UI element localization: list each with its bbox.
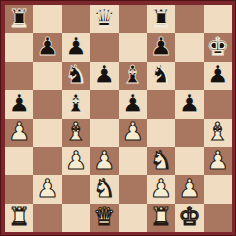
square-d4[interactable] [90,119,118,147]
square-h4[interactable]: ♝ [204,119,232,147]
square-d3[interactable]: ♟ [90,147,118,175]
square-h1[interactable] [204,204,232,232]
black-king-icon[interactable]: ♚ [207,34,229,59]
square-f6[interactable]: ♞ [147,62,175,90]
square-e3[interactable] [119,147,147,175]
black-pawn-icon[interactable]: ♟ [93,62,115,87]
black-rook-icon[interactable]: ♜ [150,6,172,31]
black-pawn-icon[interactable]: ♟ [8,91,30,116]
square-h6[interactable]: ♟ [204,62,232,90]
square-c4[interactable]: ♝ [62,119,90,147]
square-a7[interactable] [5,33,33,61]
square-d6[interactable]: ♟ [90,62,118,90]
square-f3[interactable]: ♞ [147,147,175,175]
square-f2[interactable]: ♟ [147,175,175,203]
square-e6[interactable]: ♝ [119,62,147,90]
square-g7[interactable] [175,33,203,61]
square-d8[interactable]: ♛ [90,5,118,33]
square-a5[interactable]: ♟ [5,90,33,118]
black-pawn-icon[interactable]: ♟ [121,91,143,116]
square-c2[interactable] [62,175,90,203]
black-pawn-icon[interactable]: ♟ [65,34,87,59]
square-g2[interactable]: ♟ [175,175,203,203]
square-a3[interactable] [5,147,33,175]
white-knight-icon[interactable]: ♞ [93,176,115,201]
white-pawn-icon[interactable]: ♟ [8,119,30,144]
square-d5[interactable] [90,90,118,118]
square-b2[interactable]: ♟ [33,175,61,203]
white-bishop-icon[interactable]: ♝ [207,119,229,144]
square-h7[interactable]: ♚ [204,33,232,61]
white-pawn-icon[interactable]: ♟ [207,148,229,173]
black-rook-icon[interactable]: ♜ [8,6,30,31]
square-a6[interactable] [5,62,33,90]
square-e5[interactable]: ♟ [119,90,147,118]
square-d2[interactable]: ♞ [90,175,118,203]
square-c3[interactable]: ♟ [62,147,90,175]
black-pawn-icon[interactable]: ♟ [150,34,172,59]
square-g6[interactable] [175,62,203,90]
white-pawn-icon[interactable]: ♟ [178,176,200,201]
black-knight-icon[interactable]: ♞ [65,62,87,87]
square-h8[interactable] [204,5,232,33]
square-b3[interactable] [33,147,61,175]
chess-board: ♜♛♜♟♟♟♚♞♟♝♞♟♟♝♟♟♟♝♟♝♟♟♞♟♟♞♟♟♜♛♜♚ [5,5,232,232]
white-knight-icon[interactable]: ♞ [150,148,172,173]
white-bishop-icon[interactable]: ♝ [65,119,87,144]
white-pawn-icon[interactable]: ♟ [150,176,172,201]
black-queen-icon[interactable]: ♛ [93,6,115,31]
square-f1[interactable]: ♜ [147,204,175,232]
black-pawn-icon[interactable]: ♟ [36,34,58,59]
square-g5[interactable]: ♟ [175,90,203,118]
square-g3[interactable] [175,147,203,175]
white-pawn-icon[interactable]: ♟ [121,119,143,144]
square-e2[interactable] [119,175,147,203]
board-frame: ♜♛♜♟♟♟♚♞♟♝♞♟♟♝♟♟♟♝♟♝♟♟♞♟♟♞♟♟♜♛♜♚ [0,0,236,236]
square-a4[interactable]: ♟ [5,119,33,147]
square-b1[interactable] [33,204,61,232]
square-e1[interactable] [119,204,147,232]
square-f8[interactable]: ♜ [147,5,175,33]
square-b7[interactable]: ♟ [33,33,61,61]
black-bishop-icon[interactable]: ♝ [121,62,143,87]
square-a8[interactable]: ♜ [5,5,33,33]
square-g4[interactable] [175,119,203,147]
square-e8[interactable] [119,5,147,33]
square-b8[interactable] [33,5,61,33]
white-rook-icon[interactable]: ♜ [8,204,30,229]
black-pawn-icon[interactable]: ♟ [207,62,229,87]
square-b4[interactable] [33,119,61,147]
white-pawn-icon[interactable]: ♟ [36,176,58,201]
white-rook-icon[interactable]: ♜ [150,204,172,229]
square-h5[interactable] [204,90,232,118]
square-f7[interactable]: ♟ [147,33,175,61]
white-king-icon[interactable]: ♚ [178,204,200,229]
white-queen-icon[interactable]: ♛ [93,204,115,229]
square-c8[interactable] [62,5,90,33]
square-b6[interactable] [33,62,61,90]
square-c7[interactable]: ♟ [62,33,90,61]
square-g1[interactable]: ♚ [175,204,203,232]
square-d1[interactable]: ♛ [90,204,118,232]
square-g8[interactable] [175,5,203,33]
black-bishop-icon[interactable]: ♝ [65,91,87,116]
square-a1[interactable]: ♜ [5,204,33,232]
square-c6[interactable]: ♞ [62,62,90,90]
black-pawn-icon[interactable]: ♟ [178,91,200,116]
white-pawn-icon[interactable]: ♟ [93,148,115,173]
square-d7[interactable] [90,33,118,61]
square-h3[interactable]: ♟ [204,147,232,175]
square-c5[interactable]: ♝ [62,90,90,118]
square-b5[interactable] [33,90,61,118]
square-f4[interactable] [147,119,175,147]
square-e4[interactable]: ♟ [119,119,147,147]
square-e7[interactable] [119,33,147,61]
square-c1[interactable] [62,204,90,232]
white-pawn-icon[interactable]: ♟ [65,148,87,173]
black-knight-icon[interactable]: ♞ [150,62,172,87]
square-f5[interactable] [147,90,175,118]
square-h2[interactable] [204,175,232,203]
square-a2[interactable] [5,175,33,203]
